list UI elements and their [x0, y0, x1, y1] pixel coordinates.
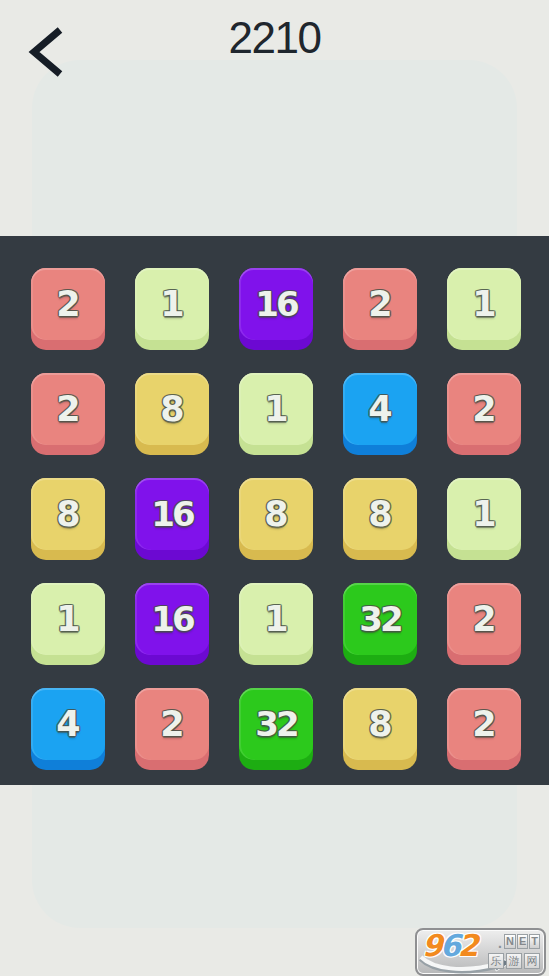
score-display: 2210: [0, 13, 549, 63]
watermark-net: .NET: [498, 934, 540, 949]
tile-r3c2[interactable]: 16: [135, 478, 209, 560]
tile-value: 8: [264, 494, 287, 534]
tile-value: 8: [56, 494, 79, 534]
tile-r4c3[interactable]: 1: [239, 583, 313, 665]
watermark-dot: .: [498, 937, 502, 949]
watermark-cn-char: 乐: [488, 953, 504, 969]
watermark-letter: T: [529, 934, 540, 949]
tile-face: 8: [31, 478, 105, 550]
tile-value: 32: [359, 599, 400, 639]
tile-r4c4[interactable]: 32: [343, 583, 417, 665]
tile-value: 2: [56, 284, 79, 324]
tile-face: 8: [343, 478, 417, 550]
watermark-cn-char: 游: [506, 953, 522, 969]
watermark-letter: E: [517, 934, 528, 949]
tile-r5c3[interactable]: 32: [239, 688, 313, 770]
tile-value: 1: [56, 599, 79, 639]
tile-value: 1: [264, 389, 287, 429]
tile-face: 4: [343, 373, 417, 445]
tile-r5c1[interactable]: 4: [31, 688, 105, 770]
watermark-badge: 962 .NET 乐游网: [415, 928, 546, 976]
tile-r2c2[interactable]: 8: [135, 373, 209, 455]
tile-value: 16: [151, 599, 192, 639]
tile-face: 1: [239, 373, 313, 445]
tile-value: 2: [472, 704, 495, 744]
tile-face: 2: [447, 373, 521, 445]
tile-face: 2: [447, 688, 521, 760]
tile-face: 32: [343, 583, 417, 655]
tile-face: 2: [31, 373, 105, 445]
tile-r3c4[interactable]: 8: [343, 478, 417, 560]
tile-face: 2: [31, 268, 105, 340]
tile-value: 2: [472, 389, 495, 429]
tile-value: 1: [472, 284, 495, 324]
app-screen: 2210 211621281428168811161322423282 962 …: [0, 0, 549, 976]
tile-value: 8: [160, 389, 183, 429]
tile-value: 8: [368, 494, 391, 534]
tile-r1c3[interactable]: 16: [239, 268, 313, 350]
tile-r1c1[interactable]: 2: [31, 268, 105, 350]
tile-value: 2: [56, 389, 79, 429]
tile-face: 4: [31, 688, 105, 760]
tile-r1c5[interactable]: 1: [447, 268, 521, 350]
tile-value: 32: [255, 704, 296, 744]
tile-r5c4[interactable]: 8: [343, 688, 417, 770]
tile-face: 2: [447, 583, 521, 655]
tile-face: 8: [239, 478, 313, 550]
tile-face: 2: [135, 688, 209, 760]
tile-r5c2[interactable]: 2: [135, 688, 209, 770]
tile-r3c1[interactable]: 8: [31, 478, 105, 560]
tile-value: 1: [472, 494, 495, 534]
tile-r2c5[interactable]: 2: [447, 373, 521, 455]
tile-r5c5[interactable]: 2: [447, 688, 521, 770]
tile-value: 1: [160, 284, 183, 324]
tile-value: 2: [160, 704, 183, 744]
tile-face: 16: [239, 268, 313, 340]
tile-value: 4: [56, 704, 79, 744]
tile-face: 1: [447, 478, 521, 550]
tile-r2c4[interactable]: 4: [343, 373, 417, 455]
tile-value: 1: [264, 599, 287, 639]
tile-value: 8: [368, 704, 391, 744]
tile-face: 2: [343, 268, 417, 340]
tile-value: 16: [151, 494, 192, 534]
tile-r3c5[interactable]: 1: [447, 478, 521, 560]
tile-r4c2[interactable]: 16: [135, 583, 209, 665]
tile-value: 2: [368, 284, 391, 324]
tile-face: 1: [31, 583, 105, 655]
tile-r2c3[interactable]: 1: [239, 373, 313, 455]
game-board[interactable]: 211621281428168811161322423282: [0, 236, 549, 785]
tile-face: 32: [239, 688, 313, 760]
tile-r2c1[interactable]: 2: [31, 373, 105, 455]
tile-face: 16: [135, 583, 209, 655]
tile-r1c4[interactable]: 2: [343, 268, 417, 350]
watermark-cn-char: 网: [524, 953, 540, 969]
tile-face: 1: [135, 268, 209, 340]
watermark-cn: 乐游网: [488, 953, 540, 969]
tile-r4c1[interactable]: 1: [31, 583, 105, 665]
tile-face: 16: [135, 478, 209, 550]
tile-value: 16: [255, 284, 296, 324]
tile-face: 8: [135, 373, 209, 445]
tile-value: 2: [472, 599, 495, 639]
watermark-letter: N: [504, 934, 516, 949]
tile-face: 1: [447, 268, 521, 340]
tile-r1c2[interactable]: 1: [135, 268, 209, 350]
tile-r4c5[interactable]: 2: [447, 583, 521, 665]
tile-r3c3[interactable]: 8: [239, 478, 313, 560]
tile-value: 4: [368, 389, 391, 429]
tile-face: 1: [239, 583, 313, 655]
tile-face: 8: [343, 688, 417, 760]
